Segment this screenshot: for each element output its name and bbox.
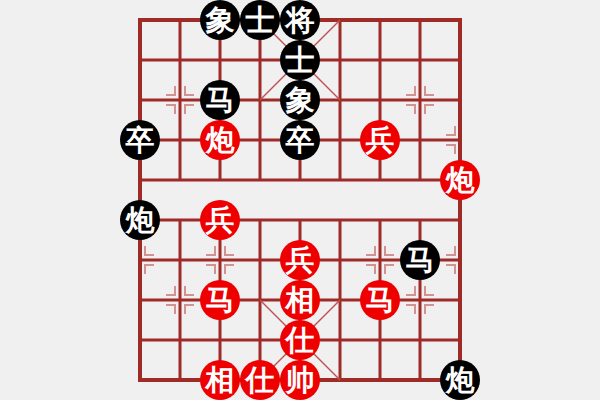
piece-label: 马 [206,86,235,115]
piece-red-cannon[interactable]: 炮 [200,120,240,160]
piece-black-advisor[interactable]: 士 [280,40,320,80]
piece-black-pawn[interactable]: 卒 [120,120,160,160]
piece-label: 将 [286,6,315,35]
piece-label: 帅 [286,366,315,395]
piece-label: 马 [366,286,395,315]
piece-red-pawn[interactable]: 兵 [200,200,240,240]
piece-black-elephant[interactable]: 象 [280,80,320,120]
piece-red-elephant[interactable]: 相 [280,280,320,320]
piece-label: 象 [206,6,235,35]
piece-black-horse[interactable]: 马 [400,240,440,280]
piece-label: 炮 [126,206,155,235]
piece-label: 炮 [446,166,475,195]
piece-black-pawn[interactable]: 卒 [280,120,320,160]
piece-label: 士 [286,46,315,75]
piece-black-cannon[interactable]: 炮 [440,360,480,400]
piece-label: 马 [206,286,235,315]
piece-label: 炮 [446,366,475,395]
piece-black-horse[interactable]: 马 [200,80,240,120]
piece-red-cannon[interactable]: 炮 [440,160,480,200]
piece-label: 象 [286,86,315,115]
piece-red-horse[interactable]: 马 [200,280,240,320]
piece-label: 卒 [126,126,155,155]
piece-label: 炮 [206,126,235,155]
piece-red-pawn[interactable]: 兵 [280,240,320,280]
xiangqi-board-screen: 象士将士马象卒炮卒兵炮炮兵兵马马相马仕相仕帅炮 [0,0,600,400]
piece-label: 仕 [286,326,315,355]
piece-red-general[interactable]: 帅 [280,360,320,400]
piece-label: 士 [246,6,275,35]
piece-label: 兵 [206,206,235,235]
piece-label: 仕 [246,366,275,395]
piece-red-advisor[interactable]: 仕 [280,320,320,360]
piece-label: 马 [406,246,435,275]
piece-black-elephant[interactable]: 象 [200,0,240,40]
piece-label: 相 [206,366,235,395]
piece-label: 兵 [366,126,395,155]
piece-red-horse[interactable]: 马 [360,280,400,320]
piece-black-cannon[interactable]: 炮 [120,200,160,240]
piece-label: 卒 [286,126,315,155]
piece-label: 兵 [286,246,315,275]
piece-red-elephant[interactable]: 相 [200,360,240,400]
piece-label: 相 [286,286,315,315]
piece-red-pawn[interactable]: 兵 [360,120,400,160]
piece-black-general[interactable]: 将 [280,0,320,40]
piece-red-advisor[interactable]: 仕 [240,360,280,400]
piece-black-advisor[interactable]: 士 [240,0,280,40]
xiangqi-board[interactable]: 象士将士马象卒炮卒兵炮炮兵兵马马相马仕相仕帅炮 [120,0,480,400]
